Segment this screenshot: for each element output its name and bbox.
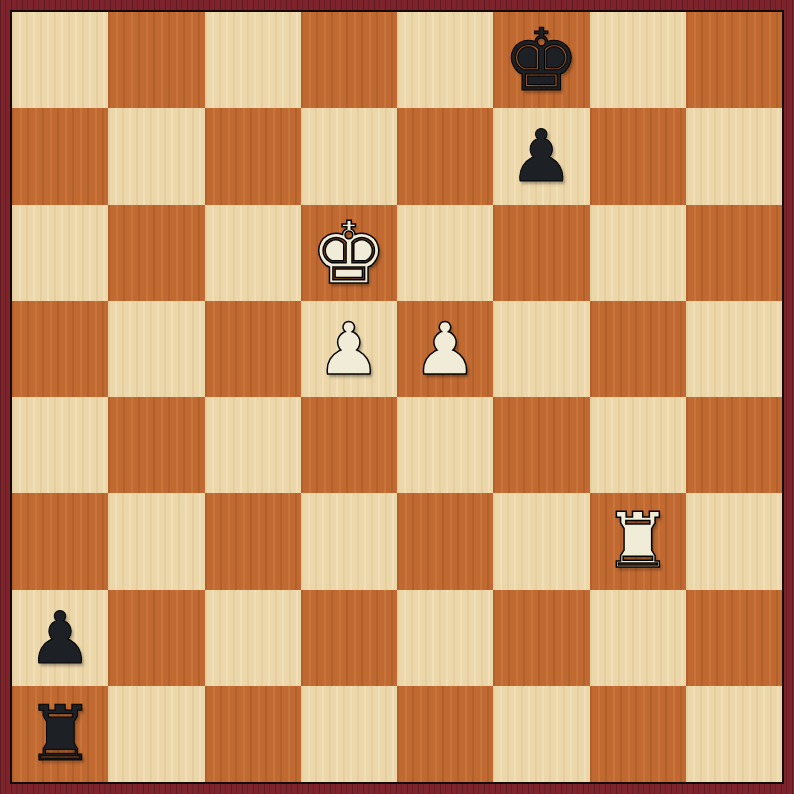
square-f7[interactable]: ♟ (493, 108, 589, 204)
square-e1[interactable] (397, 686, 493, 782)
white-pawn[interactable]: ♟ (317, 301, 382, 397)
square-g5[interactable] (590, 301, 686, 397)
square-f5[interactable] (493, 301, 589, 397)
square-b6[interactable] (108, 205, 204, 301)
square-e6[interactable] (397, 205, 493, 301)
square-b4[interactable] (108, 397, 204, 493)
square-a7[interactable] (12, 108, 108, 204)
black-pawn[interactable]: ♟ (28, 590, 93, 686)
square-d6[interactable]: ♚ (301, 205, 397, 301)
square-e3[interactable] (397, 493, 493, 589)
square-e8[interactable] (397, 12, 493, 108)
square-h5[interactable] (686, 301, 782, 397)
square-b1[interactable] (108, 686, 204, 782)
square-h1[interactable] (686, 686, 782, 782)
square-b3[interactable] (108, 493, 204, 589)
square-h7[interactable] (686, 108, 782, 204)
square-e5[interactable]: ♟ (397, 301, 493, 397)
chess-board: ♚♟♚♟♟♜♟♜ (12, 12, 782, 782)
white-rook[interactable]: ♜ (604, 493, 672, 589)
square-h4[interactable] (686, 397, 782, 493)
square-g8[interactable] (590, 12, 686, 108)
square-d8[interactable] (301, 12, 397, 108)
black-rook[interactable]: ♜ (26, 686, 94, 782)
square-d3[interactable] (301, 493, 397, 589)
square-e7[interactable] (397, 108, 493, 204)
square-c1[interactable] (205, 686, 301, 782)
square-g7[interactable] (590, 108, 686, 204)
square-a6[interactable] (12, 205, 108, 301)
square-g3[interactable]: ♜ (590, 493, 686, 589)
square-a2[interactable]: ♟ (12, 590, 108, 686)
square-b2[interactable] (108, 590, 204, 686)
square-c5[interactable] (205, 301, 301, 397)
square-c6[interactable] (205, 205, 301, 301)
square-f2[interactable] (493, 590, 589, 686)
white-king[interactable]: ♚ (310, 205, 387, 301)
square-g2[interactable] (590, 590, 686, 686)
square-f1[interactable] (493, 686, 589, 782)
square-f3[interactable] (493, 493, 589, 589)
square-d7[interactable] (301, 108, 397, 204)
square-g1[interactable] (590, 686, 686, 782)
black-pawn[interactable]: ♟ (509, 108, 574, 204)
square-d5[interactable]: ♟ (301, 301, 397, 397)
square-e2[interactable] (397, 590, 493, 686)
square-a1[interactable]: ♜ (12, 686, 108, 782)
square-c8[interactable] (205, 12, 301, 108)
square-a8[interactable] (12, 12, 108, 108)
black-king[interactable]: ♚ (503, 12, 580, 108)
square-h6[interactable] (686, 205, 782, 301)
square-f4[interactable] (493, 397, 589, 493)
square-g4[interactable] (590, 397, 686, 493)
square-a4[interactable] (12, 397, 108, 493)
square-h2[interactable] (686, 590, 782, 686)
square-d1[interactable] (301, 686, 397, 782)
square-a5[interactable] (12, 301, 108, 397)
square-b8[interactable] (108, 12, 204, 108)
board-frame: ♚♟♚♟♟♜♟♜ (0, 0, 794, 794)
board-rim: ♚♟♚♟♟♜♟♜ (10, 10, 784, 784)
square-c7[interactable] (205, 108, 301, 204)
square-g6[interactable] (590, 205, 686, 301)
square-d4[interactable] (301, 397, 397, 493)
square-c2[interactable] (205, 590, 301, 686)
square-h3[interactable] (686, 493, 782, 589)
square-h8[interactable] (686, 12, 782, 108)
square-f8[interactable]: ♚ (493, 12, 589, 108)
square-b5[interactable] (108, 301, 204, 397)
square-e4[interactable] (397, 397, 493, 493)
square-c3[interactable] (205, 493, 301, 589)
square-a3[interactable] (12, 493, 108, 589)
square-c4[interactable] (205, 397, 301, 493)
square-b7[interactable] (108, 108, 204, 204)
square-d2[interactable] (301, 590, 397, 686)
white-pawn[interactable]: ♟ (413, 301, 478, 397)
square-f6[interactable] (493, 205, 589, 301)
